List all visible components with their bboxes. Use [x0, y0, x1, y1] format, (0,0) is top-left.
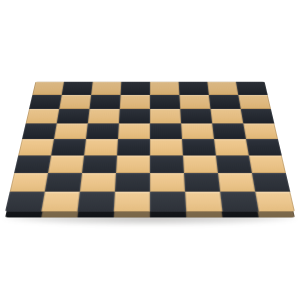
board-square[interactable] — [185, 192, 222, 212]
board-square[interactable] — [14, 155, 51, 173]
chessboard[interactable] — [22, 11, 278, 267]
board-square[interactable] — [150, 123, 182, 139]
board-square[interactable] — [246, 139, 282, 155]
board-square[interactable] — [183, 155, 218, 173]
board-square[interactable] — [241, 109, 275, 124]
board-square[interactable] — [252, 173, 290, 192]
board-square[interactable] — [209, 95, 241, 109]
board-square[interactable] — [18, 139, 54, 155]
board-square[interactable] — [90, 95, 121, 109]
board-square[interactable] — [150, 95, 180, 109]
board-square[interactable] — [238, 95, 271, 109]
board-square[interactable] — [180, 109, 212, 124]
board-square[interactable] — [218, 173, 255, 192]
board-square[interactable] — [88, 109, 120, 124]
board-square[interactable] — [243, 123, 278, 139]
board-square[interactable] — [207, 82, 238, 95]
board-square[interactable] — [62, 82, 93, 95]
board-square[interactable] — [116, 155, 150, 173]
board-square[interactable] — [117, 139, 150, 155]
board-square[interactable] — [210, 109, 243, 124]
board-square[interactable] — [91, 82, 121, 95]
board-square[interactable] — [220, 192, 259, 212]
board-square[interactable] — [255, 192, 295, 212]
board-square[interactable] — [249, 155, 286, 173]
board-square[interactable] — [32, 82, 64, 95]
board-square[interactable] — [86, 123, 119, 139]
board-square[interactable] — [26, 109, 60, 124]
board-square[interactable] — [119, 109, 150, 124]
board-square[interactable] — [48, 155, 84, 173]
board-square[interactable] — [182, 139, 216, 155]
board-square[interactable] — [150, 139, 183, 155]
board-square[interactable] — [150, 173, 185, 192]
board-square[interactable] — [80, 173, 116, 192]
board-square[interactable] — [57, 109, 90, 124]
board-square[interactable] — [51, 139, 86, 155]
board-square[interactable] — [59, 95, 91, 109]
board-square[interactable] — [121, 82, 150, 95]
board-square[interactable] — [29, 95, 62, 109]
board-square[interactable] — [45, 173, 82, 192]
board-square[interactable] — [214, 139, 249, 155]
board-square[interactable] — [5, 192, 45, 212]
board-square[interactable] — [22, 123, 57, 139]
board-square[interactable] — [84, 139, 118, 155]
board-square[interactable] — [212, 123, 246, 139]
board-square[interactable] — [10, 173, 48, 192]
board-square[interactable] — [82, 155, 117, 173]
board-square[interactable] — [54, 123, 88, 139]
board-square[interactable] — [150, 192, 186, 212]
board-square[interactable] — [115, 173, 150, 192]
board-square[interactable] — [184, 173, 220, 192]
board-square[interactable] — [41, 192, 80, 212]
board-square[interactable] — [181, 123, 214, 139]
board-square[interactable] — [216, 155, 252, 173]
board-square[interactable] — [179, 82, 209, 95]
board-square[interactable] — [114, 192, 150, 212]
board-square[interactable] — [150, 82, 179, 95]
board-square[interactable] — [179, 95, 210, 109]
board-square[interactable] — [120, 95, 150, 109]
board-square[interactable] — [118, 123, 150, 139]
product-photo-scene — [0, 0, 300, 300]
board-square[interactable] — [78, 192, 115, 212]
board-square[interactable] — [150, 155, 184, 173]
board-square[interactable] — [236, 82, 268, 95]
chessboard-grid[interactable] — [5, 82, 295, 212]
board-square[interactable] — [150, 109, 181, 124]
